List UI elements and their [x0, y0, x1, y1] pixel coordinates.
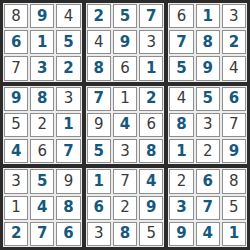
cell-r9c4[interactable]: 3: [87, 222, 111, 246]
cell-r9c9[interactable]: 1: [222, 222, 246, 246]
cell-r5c2[interactable]: 2: [30, 113, 54, 137]
cell-r5c7[interactable]: 8: [169, 113, 193, 137]
cell-r3c5[interactable]: 6: [113, 56, 137, 80]
cell-r6c7[interactable]: 1: [169, 139, 193, 163]
cell-r1c7[interactable]: 6: [169, 4, 193, 28]
cell-r9c8[interactable]: 4: [196, 222, 220, 246]
cell-r1c8[interactable]: 1: [196, 4, 220, 28]
cell-r3c2[interactable]: 3: [30, 56, 54, 80]
cell-r8c7[interactable]: 3: [169, 196, 193, 220]
cell-r7c5[interactable]: 7: [113, 169, 137, 193]
cell-r5c3[interactable]: 1: [56, 113, 80, 137]
cell-r2c9[interactable]: 2: [222, 30, 246, 54]
box-3-1: 359148276: [1, 166, 84, 249]
cell-r9c6[interactable]: 5: [139, 222, 163, 246]
cell-r6c1[interactable]: 4: [4, 139, 28, 163]
cell-r3c1[interactable]: 7: [4, 56, 28, 80]
cell-r7c6[interactable]: 4: [139, 169, 163, 193]
cell-r8c9[interactable]: 5: [222, 196, 246, 220]
cell-r4c9[interactable]: 6: [222, 87, 246, 111]
cell-r7c4[interactable]: 1: [87, 169, 111, 193]
cell-r6c9[interactable]: 9: [222, 139, 246, 163]
cell-r5c6[interactable]: 6: [139, 113, 163, 137]
cell-r2c8[interactable]: 8: [196, 30, 220, 54]
cell-r6c2[interactable]: 6: [30, 139, 54, 163]
cell-r5c5[interactable]: 4: [113, 113, 137, 137]
cell-r8c5[interactable]: 2: [113, 196, 137, 220]
cell-r3c4[interactable]: 8: [87, 56, 111, 80]
cell-r8c6[interactable]: 9: [139, 196, 163, 220]
cell-r3c9[interactable]: 4: [222, 56, 246, 80]
cell-r6c6[interactable]: 8: [139, 139, 163, 163]
cell-r5c4[interactable]: 9: [87, 113, 111, 137]
box-3-3: 268375941: [166, 166, 249, 249]
cell-r9c5[interactable]: 8: [113, 222, 137, 246]
cell-r5c1[interactable]: 5: [4, 113, 28, 137]
cell-r7c1[interactable]: 3: [4, 169, 28, 193]
box-1-2: 257493861: [84, 1, 167, 84]
cell-r2c4[interactable]: 4: [87, 30, 111, 54]
cell-r3c6[interactable]: 1: [139, 56, 163, 80]
cell-r7c2[interactable]: 5: [30, 169, 54, 193]
cell-r1c9[interactable]: 3: [222, 4, 246, 28]
box-1-1: 894615732: [1, 1, 84, 84]
cell-r6c3[interactable]: 7: [56, 139, 80, 163]
cell-r2c2[interactable]: 1: [30, 30, 54, 54]
cell-r8c1[interactable]: 1: [4, 196, 28, 220]
cell-r5c9[interactable]: 7: [222, 113, 246, 137]
cell-r4c1[interactable]: 9: [4, 87, 28, 111]
cell-r5c8[interactable]: 3: [196, 113, 220, 137]
cell-r8c8[interactable]: 7: [196, 196, 220, 220]
box-3-2: 174629385: [84, 166, 167, 249]
cell-r1c4[interactable]: 2: [87, 4, 111, 28]
cell-r9c7[interactable]: 9: [169, 222, 193, 246]
cell-r4c3[interactable]: 3: [56, 87, 80, 111]
cell-r2c5[interactable]: 9: [113, 30, 137, 54]
cell-r7c8[interactable]: 6: [196, 169, 220, 193]
box-2-3: 456837129: [166, 84, 249, 167]
cell-r4c8[interactable]: 5: [196, 87, 220, 111]
cell-r6c4[interactable]: 5: [87, 139, 111, 163]
cell-r4c2[interactable]: 8: [30, 87, 54, 111]
cell-r7c7[interactable]: 2: [169, 169, 193, 193]
cell-r9c3[interactable]: 6: [56, 222, 80, 246]
cell-r2c1[interactable]: 6: [4, 30, 28, 54]
box-2-1: 983521467: [1, 84, 84, 167]
cell-r1c3[interactable]: 4: [56, 4, 80, 28]
sudoku-board: 8946157322574938616137825949835214677129…: [0, 0, 250, 250]
cell-r6c5[interactable]: 3: [113, 139, 137, 163]
cell-r8c3[interactable]: 8: [56, 196, 80, 220]
cell-r9c1[interactable]: 2: [4, 222, 28, 246]
cell-r2c3[interactable]: 5: [56, 30, 80, 54]
cell-r7c9[interactable]: 8: [222, 169, 246, 193]
cell-r8c2[interactable]: 4: [30, 196, 54, 220]
cell-r3c7[interactable]: 5: [169, 56, 193, 80]
cell-r1c6[interactable]: 7: [139, 4, 163, 28]
cell-r3c8[interactable]: 9: [196, 56, 220, 80]
cell-r4c6[interactable]: 2: [139, 87, 163, 111]
box-2-2: 712946538: [84, 84, 167, 167]
cell-r2c7[interactable]: 7: [169, 30, 193, 54]
cell-r2c6[interactable]: 3: [139, 30, 163, 54]
cell-r4c7[interactable]: 4: [169, 87, 193, 111]
cell-r1c1[interactable]: 8: [4, 4, 28, 28]
cell-r1c2[interactable]: 9: [30, 4, 54, 28]
cell-r1c5[interactable]: 5: [113, 4, 137, 28]
cell-r3c3[interactable]: 2: [56, 56, 80, 80]
cell-r4c5[interactable]: 1: [113, 87, 137, 111]
cell-r4c4[interactable]: 7: [87, 87, 111, 111]
cell-r7c3[interactable]: 9: [56, 169, 80, 193]
box-1-3: 613782594: [166, 1, 249, 84]
cell-r8c4[interactable]: 6: [87, 196, 111, 220]
cell-r6c8[interactable]: 2: [196, 139, 220, 163]
cell-r9c2[interactable]: 7: [30, 222, 54, 246]
